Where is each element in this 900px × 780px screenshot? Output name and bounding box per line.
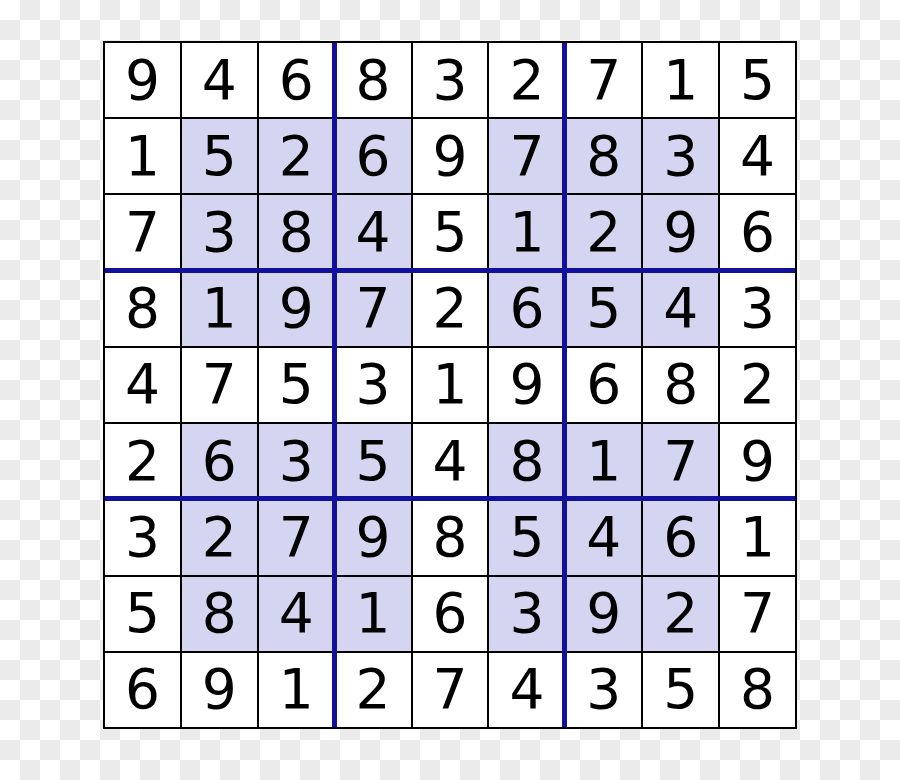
sudoku-cell-r9c9[interactable]: 8 (720, 653, 795, 727)
sudoku-cell-r8c3[interactable]: 4 (259, 577, 334, 651)
sudoku-cell-r1c7[interactable]: 7 (566, 43, 641, 117)
sudoku-cell-r5c6[interactable]: 9 (489, 348, 564, 422)
sudoku-cell-r3c1[interactable]: 7 (105, 195, 180, 269)
sudoku-cell-r2c4[interactable]: 6 (336, 119, 411, 193)
sudoku-cell-r2c7[interactable]: 8 (566, 119, 641, 193)
sudoku-cell-r8c1[interactable]: 5 (105, 577, 180, 651)
sudoku-cell-r6c7[interactable]: 1 (566, 424, 641, 498)
sudoku-cell-r7c6[interactable]: 5 (489, 500, 564, 574)
sudoku-cell-r5c9[interactable]: 2 (720, 348, 795, 422)
sudoku-cell-r4c6[interactable]: 6 (489, 272, 564, 346)
sudoku-cell-r4c1[interactable]: 8 (105, 272, 180, 346)
sudoku-cell-r1c9[interactable]: 5 (720, 43, 795, 117)
sudoku-cell-r8c2[interactable]: 8 (182, 577, 257, 651)
sudoku-cell-r5c3[interactable]: 5 (259, 348, 334, 422)
sudoku-cell-r6c3[interactable]: 3 (259, 424, 334, 498)
sudoku-cell-r7c3[interactable]: 7 (259, 500, 334, 574)
sudoku-cell-r7c2[interactable]: 2 (182, 500, 257, 574)
canvas: { "game": "sudoku", "variant": "windoku … (0, 0, 900, 780)
sudoku-cell-r3c4[interactable]: 4 (336, 195, 411, 269)
sudoku-cell-r3c6[interactable]: 1 (489, 195, 564, 269)
sudoku-cell-r8c6[interactable]: 3 (489, 577, 564, 651)
sudoku-cell-r6c1[interactable]: 2 (105, 424, 180, 498)
sudoku-cell-r4c7[interactable]: 5 (566, 272, 641, 346)
sudoku-cell-r5c4[interactable]: 3 (336, 348, 411, 422)
sudoku-cell-r4c4[interactable]: 7 (336, 272, 411, 346)
sudoku-cell-r4c2[interactable]: 1 (182, 272, 257, 346)
sudoku-cell-r4c5[interactable]: 2 (413, 272, 488, 346)
sudoku-cell-r4c8[interactable]: 4 (643, 272, 718, 346)
sudoku-cell-r1c8[interactable]: 1 (643, 43, 718, 117)
sudoku-cell-r8c5[interactable]: 6 (413, 577, 488, 651)
sudoku-cell-r9c8[interactable]: 5 (643, 653, 718, 727)
sudoku-cell-r7c5[interactable]: 8 (413, 500, 488, 574)
sudoku-cell-r6c9[interactable]: 9 (720, 424, 795, 498)
sudoku-cell-r9c1[interactable]: 6 (105, 653, 180, 727)
sudoku-cell-r9c4[interactable]: 2 (336, 653, 411, 727)
sudoku-cell-r8c8[interactable]: 2 (643, 577, 718, 651)
sudoku-cell-r5c8[interactable]: 8 (643, 348, 718, 422)
sudoku-cell-r1c3[interactable]: 6 (259, 43, 334, 117)
sudoku-cell-r1c1[interactable]: 9 (105, 43, 180, 117)
sudoku-cell-r9c5[interactable]: 7 (413, 653, 488, 727)
sudoku-cell-r8c9[interactable]: 7 (720, 577, 795, 651)
sudoku-cell-r4c9[interactable]: 3 (720, 272, 795, 346)
sudoku-cell-r3c9[interactable]: 6 (720, 195, 795, 269)
sudoku-cell-r7c1[interactable]: 3 (105, 500, 180, 574)
sudoku-cell-r7c4[interactable]: 9 (336, 500, 411, 574)
sudoku-cell-r8c4[interactable]: 1 (336, 577, 411, 651)
sudoku-cell-r2c1[interactable]: 1 (105, 119, 180, 193)
sudoku-cell-r1c4[interactable]: 8 (336, 43, 411, 117)
sudoku-cell-r5c2[interactable]: 7 (182, 348, 257, 422)
sudoku-cell-r5c5[interactable]: 1 (413, 348, 488, 422)
sudoku-cell-r2c5[interactable]: 9 (413, 119, 488, 193)
sudoku-cell-r1c5[interactable]: 3 (413, 43, 488, 117)
sudoku-cell-r6c6[interactable]: 8 (489, 424, 564, 498)
sudoku-cell-r3c2[interactable]: 3 (182, 195, 257, 269)
sudoku-cell-r8c7[interactable]: 9 (566, 577, 641, 651)
sudoku-cell-r6c4[interactable]: 5 (336, 424, 411, 498)
sudoku-cell-r5c7[interactable]: 6 (566, 348, 641, 422)
sudoku-cell-r9c3[interactable]: 1 (259, 653, 334, 727)
sudoku-cell-r9c2[interactable]: 9 (182, 653, 257, 727)
sudoku-cell-r7c9[interactable]: 1 (720, 500, 795, 574)
sudoku-cell-r6c2[interactable]: 6 (182, 424, 257, 498)
sudoku-cell-r2c6[interactable]: 7 (489, 119, 564, 193)
sudoku-cell-r9c6[interactable]: 4 (489, 653, 564, 727)
sudoku-cell-r7c8[interactable]: 6 (643, 500, 718, 574)
sudoku-cell-r1c2[interactable]: 4 (182, 43, 257, 117)
sudoku-cell-r3c5[interactable]: 5 (413, 195, 488, 269)
sudoku-cell-r6c5[interactable]: 4 (413, 424, 488, 498)
sudoku-cell-r1c6[interactable]: 2 (489, 43, 564, 117)
sudoku-grid: 9468327151526978347384512968197265434753… (105, 43, 795, 727)
sudoku-cell-r2c9[interactable]: 4 (720, 119, 795, 193)
sudoku-cell-r5c1[interactable]: 4 (105, 348, 180, 422)
sudoku-cell-r2c8[interactable]: 3 (643, 119, 718, 193)
sudoku-cell-r7c7[interactable]: 4 (566, 500, 641, 574)
sudoku-cell-r2c2[interactable]: 5 (182, 119, 257, 193)
sudoku-cell-r4c3[interactable]: 9 (259, 272, 334, 346)
sudoku-board: 9468327151526978347384512968197265434753… (103, 41, 797, 729)
sudoku-cell-r6c8[interactable]: 7 (643, 424, 718, 498)
sudoku-cell-r3c3[interactable]: 8 (259, 195, 334, 269)
sudoku-cell-r3c8[interactable]: 9 (643, 195, 718, 269)
sudoku-cell-r2c3[interactable]: 2 (259, 119, 334, 193)
sudoku-cell-r3c7[interactable]: 2 (566, 195, 641, 269)
sudoku-cell-r9c7[interactable]: 3 (566, 653, 641, 727)
